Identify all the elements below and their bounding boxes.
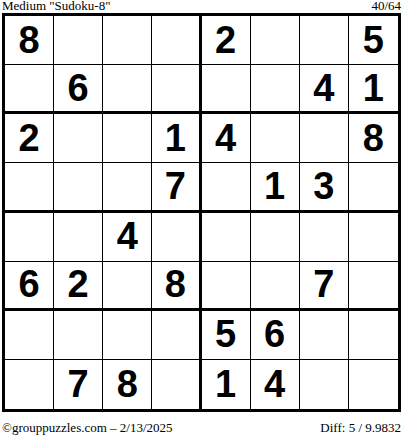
cell-r3c7[interactable] bbox=[300, 114, 349, 163]
empty-cells-counter: 40/64 bbox=[371, 0, 401, 13]
cell-r3c1: 2 bbox=[5, 114, 54, 163]
cell-r1c1: 8 bbox=[5, 16, 54, 65]
cell-r2c8: 1 bbox=[349, 65, 398, 114]
cell-r4c4: 7 bbox=[152, 163, 201, 212]
cell-r6c4: 8 bbox=[152, 262, 201, 311]
cell-r7c6: 6 bbox=[251, 311, 300, 360]
cell-r4c5[interactable] bbox=[202, 163, 251, 212]
header-bar: Medium "Sudoku-8" 40/64 bbox=[2, 0, 401, 13]
cell-r1c2[interactable] bbox=[54, 16, 103, 65]
cell-r3c8: 8 bbox=[349, 114, 398, 163]
cell-r6c1: 6 bbox=[5, 262, 54, 311]
cell-r7c3[interactable] bbox=[103, 311, 152, 360]
cell-r7c8[interactable] bbox=[349, 311, 398, 360]
cell-r4c8[interactable] bbox=[349, 163, 398, 212]
cell-r5c8[interactable] bbox=[349, 213, 398, 262]
cell-r1c3[interactable] bbox=[103, 16, 152, 65]
cell-r2c3[interactable] bbox=[103, 65, 152, 114]
cell-r8c7[interactable] bbox=[300, 360, 349, 409]
cell-r6c7: 7 bbox=[300, 262, 349, 311]
sudoku-grid: 825641214871346287567814 bbox=[2, 13, 401, 412]
cell-r6c8[interactable] bbox=[349, 262, 398, 311]
footer-copyright: ©grouppuzzles.com – 2/13/2025 bbox=[2, 421, 173, 435]
cell-r4c7: 3 bbox=[300, 163, 349, 212]
cell-r3c4: 1 bbox=[152, 114, 201, 163]
cell-r2c1[interactable] bbox=[5, 65, 54, 114]
cell-r7c1[interactable] bbox=[5, 311, 54, 360]
cell-r8c6: 4 bbox=[251, 360, 300, 409]
cell-r2c2: 6 bbox=[54, 65, 103, 114]
cell-r5c6[interactable] bbox=[251, 213, 300, 262]
cell-r5c3: 4 bbox=[103, 213, 152, 262]
cell-r1c4[interactable] bbox=[152, 16, 201, 65]
cell-r3c5: 4 bbox=[202, 114, 251, 163]
cell-r8c8[interactable] bbox=[349, 360, 398, 409]
cell-r6c2: 2 bbox=[54, 262, 103, 311]
cell-r8c4[interactable] bbox=[152, 360, 201, 409]
cell-r2c4[interactable] bbox=[152, 65, 201, 114]
cell-r5c5[interactable] bbox=[202, 213, 251, 262]
cell-r5c4[interactable] bbox=[152, 213, 201, 262]
cell-r7c5: 5 bbox=[202, 311, 251, 360]
puzzle-title: Medium "Sudoku-8" bbox=[2, 0, 110, 13]
cell-r5c7[interactable] bbox=[300, 213, 349, 262]
cell-r8c5: 1 bbox=[202, 360, 251, 409]
cell-r6c6[interactable] bbox=[251, 262, 300, 311]
cell-r1c7[interactable] bbox=[300, 16, 349, 65]
cell-r7c2[interactable] bbox=[54, 311, 103, 360]
footer-bar: ©grouppuzzles.com – 2/13/2025 Diff: 5 / … bbox=[2, 419, 401, 435]
footer-difficulty: Diff: 5 / 9.9832 bbox=[320, 421, 401, 435]
cell-r4c3[interactable] bbox=[103, 163, 152, 212]
cell-r1c6[interactable] bbox=[251, 16, 300, 65]
cell-r4c1[interactable] bbox=[5, 163, 54, 212]
cell-r7c4[interactable] bbox=[152, 311, 201, 360]
cell-r3c2[interactable] bbox=[54, 114, 103, 163]
cell-r8c3: 8 bbox=[103, 360, 152, 409]
cell-r7c7[interactable] bbox=[300, 311, 349, 360]
cell-r8c1[interactable] bbox=[5, 360, 54, 409]
cell-r2c5[interactable] bbox=[202, 65, 251, 114]
cell-r6c5[interactable] bbox=[202, 262, 251, 311]
cell-r8c2: 7 bbox=[54, 360, 103, 409]
cell-r5c1[interactable] bbox=[5, 213, 54, 262]
cell-r1c8: 5 bbox=[349, 16, 398, 65]
cell-r5c2[interactable] bbox=[54, 213, 103, 262]
cell-r4c6: 1 bbox=[251, 163, 300, 212]
cell-r4c2[interactable] bbox=[54, 163, 103, 212]
cell-r1c5: 2 bbox=[202, 16, 251, 65]
cell-r2c7: 4 bbox=[300, 65, 349, 114]
cell-r2c6[interactable] bbox=[251, 65, 300, 114]
cell-r6c3[interactable] bbox=[103, 262, 152, 311]
cell-r3c6[interactable] bbox=[251, 114, 300, 163]
cell-r3c3[interactable] bbox=[103, 114, 152, 163]
